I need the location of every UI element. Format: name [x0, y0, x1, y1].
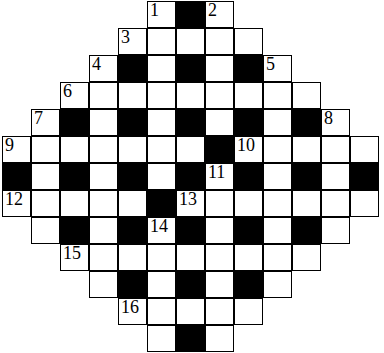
white-cell[interactable] [60, 190, 89, 217]
white-cell[interactable] [321, 217, 350, 244]
black-cell [147, 190, 176, 217]
white-cell[interactable] [147, 298, 176, 325]
clue-number: 3 [121, 28, 130, 46]
white-cell[interactable] [263, 190, 292, 217]
white-cell[interactable]: 9 [2, 136, 31, 163]
white-cell[interactable] [176, 244, 205, 271]
white-cell[interactable] [118, 244, 147, 271]
white-cell[interactable] [263, 271, 292, 298]
clue-number: 6 [63, 82, 72, 100]
white-cell[interactable]: 15 [60, 244, 89, 271]
black-cell [292, 163, 321, 190]
clue-number: 16 [121, 298, 139, 316]
clue-number: 13 [179, 190, 197, 208]
white-cell[interactable] [176, 82, 205, 109]
clue-number: 1 [150, 1, 159, 19]
white-cell[interactable] [147, 55, 176, 82]
black-cell [60, 163, 89, 190]
white-cell[interactable]: 5 [263, 55, 292, 82]
white-cell[interactable]: 7 [31, 109, 60, 136]
white-cell[interactable] [234, 298, 263, 325]
white-cell[interactable] [176, 136, 205, 163]
white-cell[interactable]: 13 [176, 190, 205, 217]
white-cell[interactable] [89, 163, 118, 190]
black-cell [292, 109, 321, 136]
white-cell[interactable]: 2 [205, 1, 234, 28]
clue-number: 8 [324, 109, 333, 127]
black-cell [234, 217, 263, 244]
white-cell[interactable] [205, 298, 234, 325]
white-cell[interactable] [147, 325, 176, 352]
clue-number: 10 [237, 136, 255, 154]
white-cell[interactable] [118, 190, 147, 217]
white-cell[interactable] [292, 190, 321, 217]
white-cell[interactable] [321, 163, 350, 190]
white-cell[interactable] [147, 82, 176, 109]
white-cell[interactable]: 12 [2, 190, 31, 217]
clue-number: 7 [34, 109, 43, 127]
clue-number: 15 [63, 244, 81, 262]
white-cell[interactable]: 4 [89, 55, 118, 82]
black-cell [60, 217, 89, 244]
black-cell [176, 163, 205, 190]
white-cell[interactable] [147, 136, 176, 163]
white-cell[interactable] [205, 109, 234, 136]
white-cell[interactable] [205, 244, 234, 271]
white-cell[interactable] [292, 136, 321, 163]
clue-number: 2 [208, 1, 217, 19]
white-cell[interactable] [147, 271, 176, 298]
black-cell [176, 109, 205, 136]
clue-number: 12 [5, 190, 23, 208]
white-cell[interactable] [89, 190, 118, 217]
white-cell[interactable] [176, 28, 205, 55]
white-cell[interactable] [89, 82, 118, 109]
clue-number: 14 [150, 217, 168, 235]
white-cell[interactable]: 1 [147, 1, 176, 28]
black-cell [234, 109, 263, 136]
white-cell[interactable] [263, 82, 292, 109]
black-cell [118, 163, 147, 190]
black-cell [176, 1, 205, 28]
white-cell[interactable] [205, 28, 234, 55]
black-cell [176, 217, 205, 244]
white-cell[interactable] [292, 82, 321, 109]
black-cell [60, 109, 89, 136]
white-cell[interactable] [118, 82, 147, 109]
white-cell[interactable] [89, 136, 118, 163]
white-cell[interactable] [205, 190, 234, 217]
white-cell[interactable] [350, 190, 379, 217]
white-cell[interactable] [263, 244, 292, 271]
white-cell[interactable] [89, 244, 118, 271]
white-cell[interactable] [234, 28, 263, 55]
white-cell[interactable]: 10 [234, 136, 263, 163]
black-cell [234, 163, 263, 190]
black-cell [234, 55, 263, 82]
white-cell[interactable] [31, 190, 60, 217]
clue-number: 9 [5, 136, 14, 154]
white-cell[interactable] [89, 109, 118, 136]
white-cell[interactable] [147, 28, 176, 55]
black-cell [176, 55, 205, 82]
white-cell[interactable] [321, 136, 350, 163]
clue-number: 5 [266, 55, 275, 73]
white-cell[interactable]: 11 [205, 163, 234, 190]
white-cell[interactable] [234, 244, 263, 271]
white-cell[interactable] [60, 136, 89, 163]
black-cell [118, 109, 147, 136]
white-cell[interactable] [263, 109, 292, 136]
white-cell[interactable] [118, 136, 147, 163]
black-cell [118, 217, 147, 244]
white-cell[interactable] [205, 271, 234, 298]
black-cell [292, 217, 321, 244]
white-cell[interactable] [147, 109, 176, 136]
white-cell[interactable] [292, 244, 321, 271]
white-cell[interactable] [205, 217, 234, 244]
white-cell[interactable] [234, 82, 263, 109]
white-cell[interactable] [31, 136, 60, 163]
black-cell [350, 163, 379, 190]
white-cell[interactable] [321, 190, 350, 217]
clue-number: 4 [92, 55, 101, 73]
black-cell [176, 325, 205, 352]
white-cell[interactable] [350, 136, 379, 163]
white-cell[interactable] [31, 163, 60, 190]
white-cell[interactable] [147, 163, 176, 190]
white-cell[interactable] [263, 217, 292, 244]
black-cell [118, 271, 147, 298]
black-cell [234, 271, 263, 298]
white-cell[interactable] [89, 271, 118, 298]
crossword-board: 12345678910111213141516 [2, 1, 379, 352]
white-cell[interactable] [31, 217, 60, 244]
white-cell[interactable] [205, 82, 234, 109]
black-cell [2, 163, 31, 190]
white-cell[interactable]: 8 [321, 109, 350, 136]
crossword-page: 12345678910111213141516 [0, 0, 384, 353]
black-cell [118, 55, 147, 82]
white-cell[interactable]: 3 [118, 28, 147, 55]
white-cell[interactable] [205, 325, 234, 352]
white-cell[interactable]: 14 [147, 217, 176, 244]
white-cell[interactable]: 16 [118, 298, 147, 325]
white-cell[interactable] [89, 217, 118, 244]
white-cell[interactable] [263, 163, 292, 190]
white-cell[interactable] [263, 136, 292, 163]
white-cell[interactable] [176, 298, 205, 325]
black-cell [176, 271, 205, 298]
clue-number: 11 [208, 163, 225, 181]
black-cell [205, 136, 234, 163]
white-cell[interactable] [147, 244, 176, 271]
white-cell[interactable]: 6 [60, 82, 89, 109]
white-cell[interactable] [205, 55, 234, 82]
white-cell[interactable] [234, 190, 263, 217]
